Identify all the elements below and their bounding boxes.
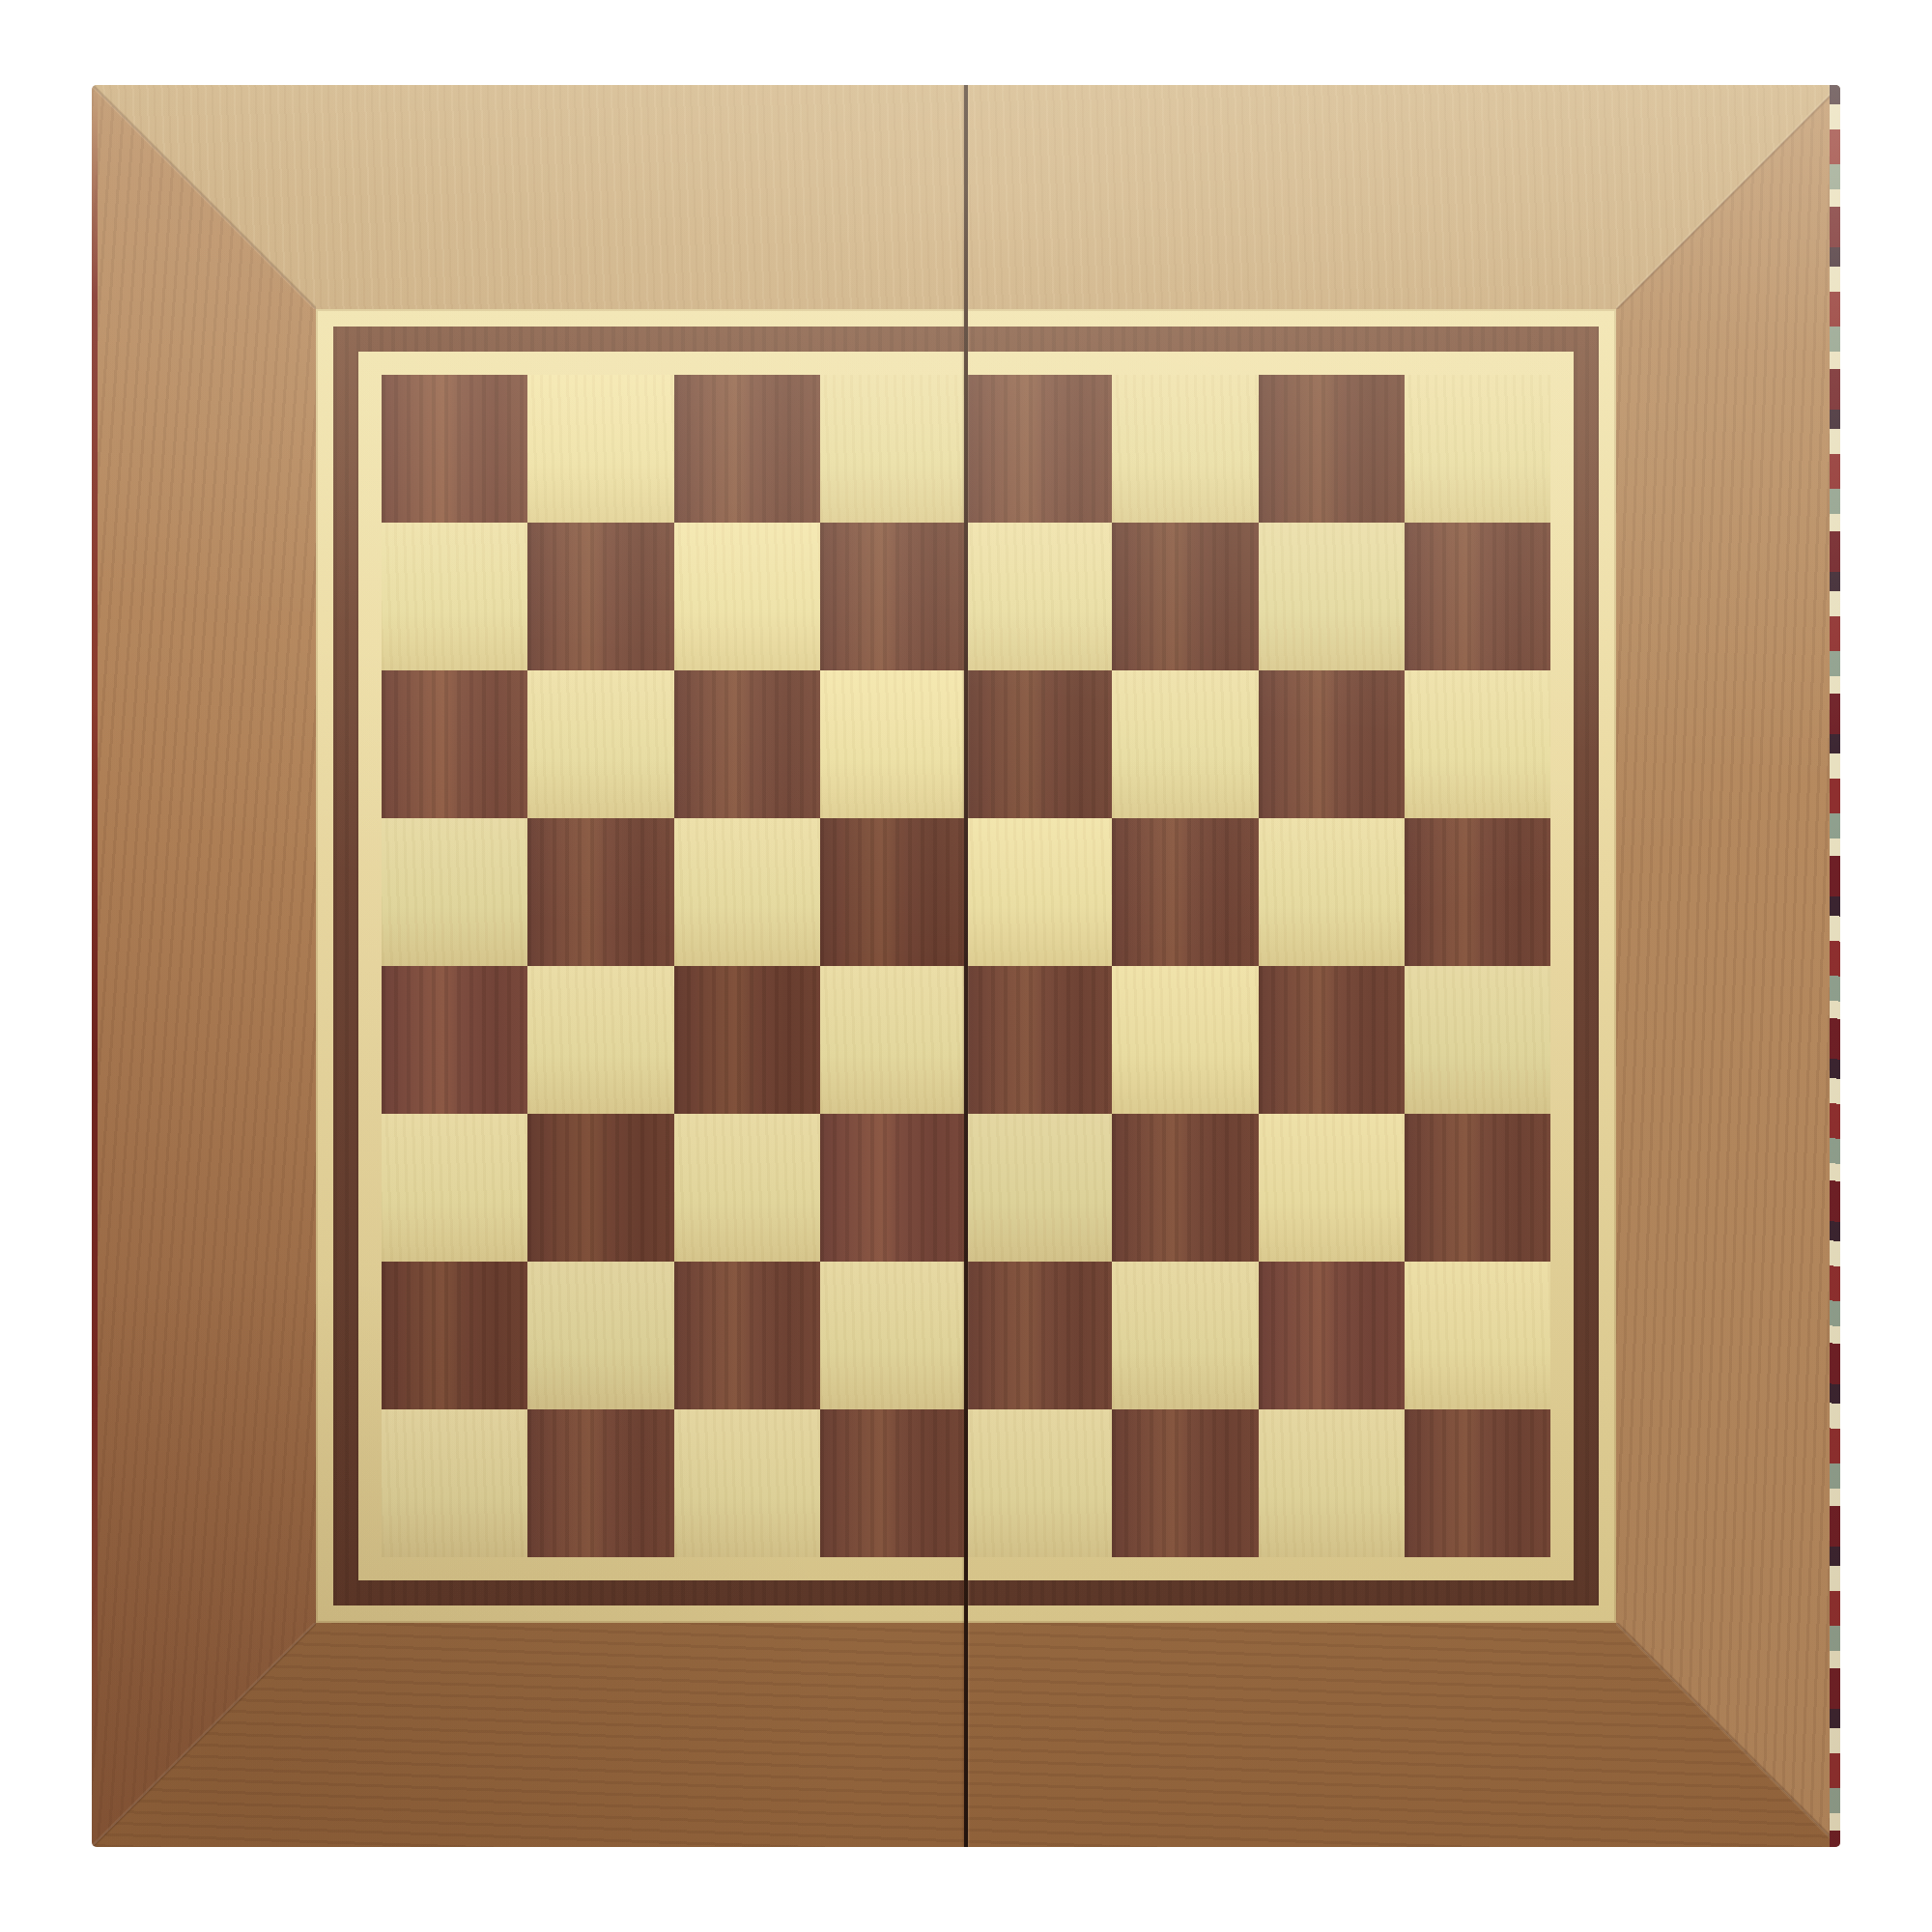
left-edge-sliver <box>92 85 98 1847</box>
square-a8 <box>382 375 527 523</box>
photo-background <box>0 0 1932 1932</box>
square-e2 <box>966 1262 1112 1409</box>
square-g1 <box>1259 1409 1405 1557</box>
square-h1 <box>1405 1409 1550 1557</box>
square-g3 <box>1259 1114 1405 1262</box>
square-g6 <box>1259 670 1405 818</box>
square-h7 <box>1405 523 1550 670</box>
square-e4 <box>966 966 1112 1114</box>
square-a6 <box>382 670 527 818</box>
square-a7 <box>382 523 527 670</box>
right-edge-pattern-sliver <box>1830 85 1840 1847</box>
square-d4 <box>820 966 966 1114</box>
square-h5 <box>1405 818 1550 966</box>
square-h2 <box>1405 1262 1550 1409</box>
square-e3 <box>966 1114 1112 1262</box>
square-a5 <box>382 818 527 966</box>
square-c2 <box>674 1262 820 1409</box>
square-b3 <box>527 1114 673 1262</box>
square-e1 <box>966 1409 1112 1557</box>
square-h8 <box>1405 375 1550 523</box>
square-c4 <box>674 966 820 1114</box>
square-d3 <box>820 1114 966 1262</box>
square-c7 <box>674 523 820 670</box>
square-g8 <box>1259 375 1405 523</box>
square-d1 <box>820 1409 966 1557</box>
hinge-seam <box>964 85 968 1847</box>
square-b4 <box>527 966 673 1114</box>
square-a3 <box>382 1114 527 1262</box>
square-f7 <box>1112 523 1258 670</box>
square-e7 <box>966 523 1112 670</box>
chess-board <box>92 85 1840 1847</box>
square-c3 <box>674 1114 820 1262</box>
square-d7 <box>820 523 966 670</box>
square-b7 <box>527 523 673 670</box>
square-e5 <box>966 818 1112 966</box>
square-a4 <box>382 966 527 1114</box>
square-g7 <box>1259 523 1405 670</box>
square-f6 <box>1112 670 1258 818</box>
square-h6 <box>1405 670 1550 818</box>
square-g5 <box>1259 818 1405 966</box>
square-b5 <box>527 818 673 966</box>
square-e6 <box>966 670 1112 818</box>
square-h3 <box>1405 1114 1550 1262</box>
square-a1 <box>382 1409 527 1557</box>
square-c1 <box>674 1409 820 1557</box>
square-h4 <box>1405 966 1550 1114</box>
square-a2 <box>382 1262 527 1409</box>
square-c5 <box>674 818 820 966</box>
square-c6 <box>674 670 820 818</box>
square-d6 <box>820 670 966 818</box>
square-b2 <box>527 1262 673 1409</box>
square-b1 <box>527 1409 673 1557</box>
square-f1 <box>1112 1409 1258 1557</box>
square-g2 <box>1259 1262 1405 1409</box>
square-f8 <box>1112 375 1258 523</box>
square-c8 <box>674 375 820 523</box>
square-d2 <box>820 1262 966 1409</box>
square-g4 <box>1259 966 1405 1114</box>
square-d8 <box>820 375 966 523</box>
square-f4 <box>1112 966 1258 1114</box>
square-f2 <box>1112 1262 1258 1409</box>
square-f5 <box>1112 818 1258 966</box>
square-d5 <box>820 818 966 966</box>
square-b6 <box>527 670 673 818</box>
square-b8 <box>527 375 673 523</box>
square-f3 <box>1112 1114 1258 1262</box>
square-e8 <box>966 375 1112 523</box>
